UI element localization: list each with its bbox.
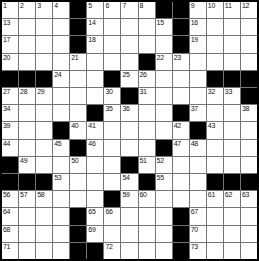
white-cell[interactable]: 46: [87, 140, 103, 156]
white-cell[interactable]: 58: [36, 191, 52, 207]
white-cell[interactable]: [36, 157, 52, 173]
white-cell[interactable]: [139, 105, 155, 121]
white-cell[interactable]: 60: [139, 191, 155, 207]
white-cell[interactable]: 21: [70, 54, 86, 70]
clue-number: 32: [208, 88, 215, 96]
clue-number: 65: [88, 208, 95, 216]
clue-number: 31: [140, 88, 147, 96]
white-cell[interactable]: [87, 174, 103, 190]
clue-number: 67: [191, 208, 198, 216]
white-cell[interactable]: [104, 36, 120, 52]
black-cell: [173, 105, 189, 121]
white-cell[interactable]: [139, 243, 155, 259]
white-cell[interactable]: [173, 191, 189, 207]
black-cell: [70, 19, 86, 35]
white-cell[interactable]: [19, 19, 35, 35]
clue-number: 35: [105, 105, 112, 113]
white-cell[interactable]: [139, 36, 155, 52]
white-cell[interactable]: 70: [190, 226, 206, 242]
clue-number: 55: [157, 174, 164, 182]
clue-number: 69: [88, 226, 95, 234]
white-cell[interactable]: [207, 208, 223, 224]
clue-number: 12: [242, 2, 249, 10]
white-cell[interactable]: 19: [190, 36, 206, 52]
white-cell[interactable]: [36, 19, 52, 35]
clue-number: 14: [88, 19, 95, 27]
white-cell[interactable]: [224, 226, 240, 242]
white-cell[interactable]: [36, 208, 52, 224]
white-cell[interactable]: 43: [207, 122, 223, 138]
black-cell: [2, 174, 18, 190]
clue-number: 6: [105, 2, 109, 10]
white-cell[interactable]: [53, 88, 69, 104]
black-cell: [121, 157, 137, 173]
white-cell[interactable]: 30: [104, 88, 120, 104]
clue-number: 39: [3, 122, 10, 130]
white-cell[interactable]: [19, 140, 35, 156]
clue-number: 72: [105, 243, 112, 251]
black-cell: [70, 140, 86, 156]
clue-number: 62: [225, 191, 232, 199]
black-cell: [53, 122, 69, 138]
white-cell[interactable]: [19, 243, 35, 259]
white-cell[interactable]: 36: [121, 105, 137, 121]
white-cell[interactable]: [70, 105, 86, 121]
white-cell[interactable]: 4: [53, 2, 69, 18]
black-cell: [207, 174, 223, 190]
white-cell[interactable]: [53, 157, 69, 173]
white-cell[interactable]: 26: [139, 71, 155, 87]
white-cell[interactable]: [241, 243, 257, 259]
white-cell[interactable]: [19, 226, 35, 242]
white-cell[interactable]: 50: [70, 157, 86, 173]
white-cell[interactable]: [104, 122, 120, 138]
black-cell: [36, 174, 52, 190]
white-cell[interactable]: [36, 105, 52, 121]
white-cell[interactable]: [190, 174, 206, 190]
clue-number: 68: [3, 226, 10, 234]
clue-number: 34: [3, 105, 10, 113]
white-cell[interactable]: [121, 122, 137, 138]
white-cell[interactable]: [121, 54, 137, 70]
white-cell[interactable]: [156, 105, 172, 121]
white-cell[interactable]: [104, 174, 120, 190]
white-cell[interactable]: 47: [173, 140, 189, 156]
white-cell[interactable]: 17: [2, 36, 18, 52]
white-cell[interactable]: [36, 243, 52, 259]
white-cell[interactable]: 34: [2, 105, 18, 121]
clue-number: 26: [140, 71, 147, 79]
white-cell[interactable]: 6: [104, 2, 120, 18]
clue-number: 48: [191, 140, 198, 148]
white-cell[interactable]: 41: [87, 122, 103, 138]
white-cell[interactable]: [36, 122, 52, 138]
clue-number: 28: [20, 88, 27, 96]
white-cell[interactable]: [207, 140, 223, 156]
white-cell[interactable]: [207, 105, 223, 121]
white-cell[interactable]: [156, 226, 172, 242]
clue-number: 20: [3, 54, 10, 62]
clue-number: 27: [3, 88, 10, 96]
white-cell[interactable]: [156, 243, 172, 259]
white-cell[interactable]: 66: [104, 208, 120, 224]
white-cell[interactable]: 7: [121, 2, 137, 18]
clue-number: 59: [122, 191, 129, 199]
white-cell[interactable]: 13: [2, 19, 18, 35]
black-cell: [70, 208, 86, 224]
clue-number: 45: [54, 140, 61, 148]
clue-number: 5: [88, 2, 92, 10]
white-cell[interactable]: 32: [207, 88, 223, 104]
white-cell[interactable]: [53, 19, 69, 35]
white-cell[interactable]: [224, 19, 240, 35]
black-cell: [2, 157, 18, 173]
black-cell: [241, 71, 257, 87]
white-cell[interactable]: 65: [87, 208, 103, 224]
white-cell[interactable]: [207, 36, 223, 52]
black-cell: [87, 243, 103, 259]
clue-number: 17: [3, 36, 10, 44]
white-cell[interactable]: [207, 226, 223, 242]
white-cell[interactable]: [224, 243, 240, 259]
clue-number: 19: [191, 36, 198, 44]
white-cell[interactable]: 69: [87, 226, 103, 242]
white-cell[interactable]: 67: [190, 208, 206, 224]
white-cell[interactable]: 16: [190, 19, 206, 35]
white-cell[interactable]: [121, 140, 137, 156]
white-cell[interactable]: [241, 157, 257, 173]
clue-number: 54: [122, 174, 129, 182]
clue-number: 9: [191, 2, 195, 10]
white-cell[interactable]: 55: [156, 174, 172, 190]
white-cell[interactable]: 9: [190, 2, 206, 18]
white-cell[interactable]: [104, 157, 120, 173]
clue-number: 66: [105, 208, 112, 216]
white-cell[interactable]: [207, 243, 223, 259]
white-cell[interactable]: [70, 88, 86, 104]
white-cell[interactable]: [19, 36, 35, 52]
crossword-grid: 1234567891011121314151617181920212223242…: [0, 0, 259, 261]
white-cell[interactable]: [53, 243, 69, 259]
white-cell[interactable]: 59: [121, 191, 137, 207]
clue-number: 57: [20, 191, 27, 199]
white-cell[interactable]: [53, 36, 69, 52]
clue-number: 21: [71, 54, 78, 62]
white-cell[interactable]: [190, 88, 206, 104]
white-cell[interactable]: 71: [2, 243, 18, 259]
black-cell: [104, 191, 120, 207]
white-cell[interactable]: [224, 36, 240, 52]
white-cell[interactable]: 62: [224, 191, 240, 207]
black-cell: [207, 71, 223, 87]
clue-number: 16: [191, 19, 198, 27]
white-cell[interactable]: 31: [139, 88, 155, 104]
clue-number: 51: [140, 157, 147, 165]
white-cell[interactable]: 12: [241, 2, 257, 18]
clue-number: 30: [105, 88, 112, 96]
white-cell[interactable]: 25: [121, 71, 137, 87]
white-cell[interactable]: [241, 36, 257, 52]
white-cell[interactable]: [87, 71, 103, 87]
clue-number: 24: [54, 71, 61, 79]
clue-number: 37: [191, 105, 198, 113]
white-cell[interactable]: 15: [156, 19, 172, 35]
white-cell[interactable]: [241, 140, 257, 156]
white-cell[interactable]: [190, 54, 206, 70]
white-cell[interactable]: 22: [156, 54, 172, 70]
white-cell[interactable]: [53, 191, 69, 207]
white-cell[interactable]: [19, 122, 35, 138]
clue-number: 25: [122, 71, 129, 79]
clue-number: 53: [54, 174, 61, 182]
black-cell: [190, 122, 206, 138]
white-cell[interactable]: 11: [224, 2, 240, 18]
white-cell[interactable]: 10: [207, 2, 223, 18]
white-cell[interactable]: [173, 71, 189, 87]
white-cell[interactable]: [207, 19, 223, 35]
white-cell[interactable]: 29: [36, 88, 52, 104]
white-cell[interactable]: 51: [139, 157, 155, 173]
white-cell[interactable]: 52: [156, 157, 172, 173]
clue-number: 7: [122, 2, 126, 10]
white-cell[interactable]: [121, 36, 137, 52]
white-cell[interactable]: 44: [2, 140, 18, 156]
clue-number: 60: [140, 191, 147, 199]
white-cell[interactable]: [156, 36, 172, 52]
clue-number: 13: [3, 19, 10, 27]
clue-number: 43: [208, 122, 215, 130]
white-cell[interactable]: [70, 174, 86, 190]
black-cell: [173, 226, 189, 242]
white-cell[interactable]: 45: [53, 140, 69, 156]
white-cell[interactable]: 3: [36, 2, 52, 18]
white-cell[interactable]: [190, 157, 206, 173]
clue-number: 42: [174, 122, 181, 130]
white-cell[interactable]: [173, 174, 189, 190]
clue-number: 18: [88, 36, 95, 44]
clue-number: 52: [157, 157, 164, 165]
black-cell: [70, 243, 86, 259]
white-cell[interactable]: 27: [2, 88, 18, 104]
white-cell[interactable]: [36, 36, 52, 52]
clue-number: 41: [88, 122, 95, 130]
white-cell[interactable]: [87, 157, 103, 173]
white-cell[interactable]: [139, 208, 155, 224]
white-cell[interactable]: 48: [190, 140, 206, 156]
clue-number: 64: [3, 208, 10, 216]
black-cell: [36, 71, 52, 87]
clue-number: 11: [225, 2, 232, 10]
clue-number: 3: [37, 2, 41, 10]
white-cell[interactable]: 68: [2, 226, 18, 242]
black-cell: [241, 88, 257, 104]
black-cell: [2, 71, 18, 87]
clue-number: 33: [225, 88, 232, 96]
white-cell[interactable]: [104, 54, 120, 70]
white-cell[interactable]: 28: [19, 88, 35, 104]
white-cell[interactable]: 33: [224, 88, 240, 104]
white-cell[interactable]: [36, 226, 52, 242]
clue-number: 4: [54, 2, 58, 10]
clue-number: 36: [122, 105, 129, 113]
white-cell[interactable]: [156, 191, 172, 207]
white-cell[interactable]: 2: [19, 2, 35, 18]
black-cell: [19, 71, 35, 87]
clue-number: 73: [191, 243, 198, 251]
white-cell[interactable]: [70, 71, 86, 87]
white-cell[interactable]: 72: [104, 243, 120, 259]
white-cell[interactable]: [104, 226, 120, 242]
white-cell[interactable]: [224, 157, 240, 173]
black-cell: [173, 19, 189, 35]
white-cell[interactable]: 35: [104, 105, 120, 121]
white-cell[interactable]: [70, 191, 86, 207]
white-cell[interactable]: 8: [139, 2, 155, 18]
white-cell[interactable]: [190, 191, 206, 207]
clue-number: 38: [242, 105, 249, 113]
black-cell: [156, 140, 172, 156]
white-cell[interactable]: 18: [87, 36, 103, 52]
white-cell[interactable]: [87, 54, 103, 70]
black-cell: [173, 2, 189, 18]
clue-number: 8: [140, 2, 144, 10]
black-cell: [121, 88, 137, 104]
white-cell[interactable]: [121, 243, 137, 259]
white-cell[interactable]: [207, 157, 223, 173]
white-cell[interactable]: 23: [173, 54, 189, 70]
white-cell[interactable]: [121, 19, 137, 35]
white-cell[interactable]: [139, 226, 155, 242]
black-cell: [224, 71, 240, 87]
white-cell[interactable]: 1: [2, 2, 18, 18]
white-cell[interactable]: [121, 208, 137, 224]
white-cell[interactable]: [156, 208, 172, 224]
black-cell: [70, 226, 86, 242]
white-cell[interactable]: [19, 54, 35, 70]
white-cell[interactable]: [19, 208, 35, 224]
clue-number: 23: [174, 54, 181, 62]
white-cell[interactable]: 49: [19, 157, 35, 173]
white-cell[interactable]: [104, 140, 120, 156]
white-cell[interactable]: [241, 19, 257, 35]
black-cell: [224, 174, 240, 190]
white-cell[interactable]: [139, 122, 155, 138]
white-cell[interactable]: [87, 191, 103, 207]
white-cell[interactable]: [156, 122, 172, 138]
black-cell: [173, 208, 189, 224]
clue-number: 1: [3, 2, 7, 10]
clue-number: 46: [88, 140, 95, 148]
clue-number: 71: [3, 243, 10, 251]
clue-number: 58: [37, 191, 44, 199]
clue-number: 22: [157, 54, 164, 62]
clue-number: 70: [191, 226, 198, 234]
white-cell[interactable]: [241, 208, 257, 224]
white-cell[interactable]: [53, 226, 69, 242]
white-cell[interactable]: [121, 226, 137, 242]
white-cell[interactable]: [53, 54, 69, 70]
white-cell[interactable]: 42: [173, 122, 189, 138]
white-cell[interactable]: [36, 140, 52, 156]
clue-number: 49: [20, 157, 27, 165]
white-cell[interactable]: 39: [2, 122, 18, 138]
white-cell[interactable]: [241, 54, 257, 70]
clue-number: 61: [208, 191, 215, 199]
white-cell[interactable]: [224, 105, 240, 121]
clue-number: 40: [71, 122, 78, 130]
clue-number: 44: [3, 140, 10, 148]
white-cell[interactable]: [87, 88, 103, 104]
white-cell[interactable]: [156, 71, 172, 87]
white-cell[interactable]: [173, 88, 189, 104]
clue-number: 63: [242, 191, 249, 199]
white-cell[interactable]: [173, 157, 189, 173]
white-cell[interactable]: 61: [207, 191, 223, 207]
white-cell[interactable]: 54: [121, 174, 137, 190]
white-cell[interactable]: [36, 54, 52, 70]
black-cell: [241, 174, 257, 190]
white-cell[interactable]: 37: [190, 105, 206, 121]
white-cell[interactable]: 63: [241, 191, 257, 207]
clue-number: 47: [174, 140, 181, 148]
clue-number: 50: [71, 157, 78, 165]
black-cell: [87, 105, 103, 121]
clue-number: 10: [208, 2, 215, 10]
white-cell[interactable]: 40: [70, 122, 86, 138]
white-cell[interactable]: [19, 105, 35, 121]
white-cell[interactable]: 20: [2, 54, 18, 70]
white-cell[interactable]: [241, 226, 257, 242]
white-cell[interactable]: [224, 140, 240, 156]
white-cell[interactable]: 57: [19, 191, 35, 207]
clue-number: 29: [37, 88, 44, 96]
black-cell: [139, 54, 155, 70]
white-cell[interactable]: 56: [2, 191, 18, 207]
white-cell[interactable]: 24: [53, 71, 69, 87]
clue-number: 2: [20, 2, 24, 10]
white-cell[interactable]: 5: [87, 2, 103, 18]
black-cell: [156, 2, 172, 18]
white-cell[interactable]: [53, 208, 69, 224]
white-cell[interactable]: [207, 54, 223, 70]
white-cell[interactable]: [224, 122, 240, 138]
black-cell: [173, 36, 189, 52]
white-cell[interactable]: [139, 140, 155, 156]
black-cell: [139, 174, 155, 190]
white-cell[interactable]: 14: [87, 19, 103, 35]
black-cell: [173, 243, 189, 259]
clue-number: 15: [157, 19, 164, 27]
white-cell[interactable]: [241, 122, 257, 138]
black-cell: [19, 174, 35, 190]
white-cell[interactable]: 73: [190, 243, 206, 259]
white-cell[interactable]: 53: [53, 174, 69, 190]
black-cell: [70, 2, 86, 18]
black-cell: [104, 71, 120, 87]
clue-number: 56: [3, 191, 10, 199]
white-cell[interactable]: [156, 88, 172, 104]
white-cell[interactable]: [53, 105, 69, 121]
white-cell[interactable]: [104, 19, 120, 35]
white-cell[interactable]: 64: [2, 208, 18, 224]
white-cell[interactable]: [139, 19, 155, 35]
white-cell[interactable]: 38: [241, 105, 257, 121]
black-cell: [70, 36, 86, 52]
white-cell[interactable]: [224, 54, 240, 70]
white-cell[interactable]: [224, 208, 240, 224]
white-cell[interactable]: [190, 71, 206, 87]
